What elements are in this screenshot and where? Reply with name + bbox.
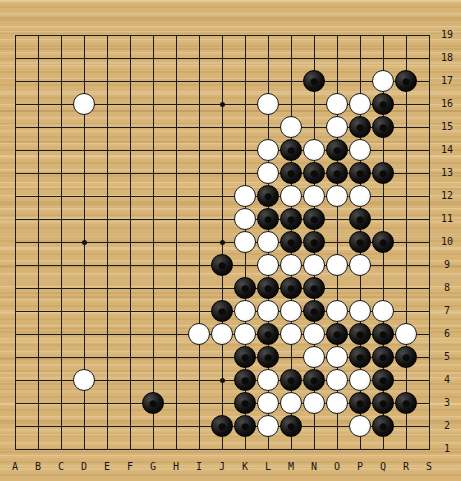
row-label-1: 1 xyxy=(436,443,458,454)
row-label-2: 2 xyxy=(436,420,458,431)
row-label-15: 15 xyxy=(436,121,458,132)
white-stone-O4[interactable]: ● xyxy=(326,369,348,391)
white-stone-P12[interactable]: ● xyxy=(349,185,371,207)
column-label-H: H xyxy=(169,461,183,472)
white-stone-P16[interactable]: ● xyxy=(349,93,371,115)
black-stone-K5[interactable]: ● xyxy=(234,346,256,368)
row-label-3: 3 xyxy=(436,397,458,408)
white-stone-M12[interactable]: ● xyxy=(280,185,302,207)
white-stone-K11[interactable]: ● xyxy=(234,208,256,230)
white-stone-N6[interactable]: ● xyxy=(303,323,325,345)
black-stone-K2[interactable]: ● xyxy=(234,415,256,437)
black-stone-K3[interactable]: ● xyxy=(234,392,256,414)
black-stone-R17[interactable]: ● xyxy=(395,70,417,92)
go-board-app: ●●●●●●●●●●●●●●●●●●●●●●●●●●●●●●●●●●●●●●●●… xyxy=(0,0,461,481)
black-stone-M11[interactable]: ● xyxy=(280,208,302,230)
black-stone-M10[interactable]: ● xyxy=(280,231,302,253)
white-stone-J6[interactable]: ● xyxy=(211,323,233,345)
black-stone-Q10[interactable]: ● xyxy=(372,231,394,253)
column-label-J: J xyxy=(215,461,229,472)
white-stone-L4[interactable]: ● xyxy=(257,369,279,391)
row-label-5: 5 xyxy=(436,351,458,362)
white-stone-K6[interactable]: ● xyxy=(234,323,256,345)
white-stone-L14[interactable]: ● xyxy=(257,139,279,161)
white-stone-N14[interactable]: ● xyxy=(303,139,325,161)
row-label-14: 14 xyxy=(436,144,458,155)
black-stone-N17[interactable]: ● xyxy=(303,70,325,92)
white-stone-M7[interactable]: ● xyxy=(280,300,302,322)
row-label-10: 10 xyxy=(436,236,458,247)
white-stone-L9[interactable]: ● xyxy=(257,254,279,276)
black-stone-L6[interactable]: ● xyxy=(257,323,279,345)
black-stone-Q4[interactable]: ● xyxy=(372,369,394,391)
row-label-8: 8 xyxy=(436,282,458,293)
column-label-M: M xyxy=(284,461,298,472)
white-stone-P14[interactable]: ● xyxy=(349,139,371,161)
column-label-N: N xyxy=(307,461,321,472)
black-stone-Q3[interactable]: ● xyxy=(372,392,394,414)
white-stone-D4[interactable]: ● xyxy=(73,369,95,391)
column-label-F: F xyxy=(123,461,137,472)
row-label-13: 13 xyxy=(436,167,458,178)
black-stone-N4[interactable]: ● xyxy=(303,369,325,391)
white-stone-L13[interactable]: ● xyxy=(257,162,279,184)
white-stone-I6[interactable]: ● xyxy=(188,323,210,345)
black-stone-P6[interactable]: ● xyxy=(349,323,371,345)
white-stone-O16[interactable]: ● xyxy=(326,93,348,115)
black-stone-M13[interactable]: ● xyxy=(280,162,302,184)
black-stone-R3[interactable]: ● xyxy=(395,392,417,414)
column-label-C: C xyxy=(54,461,68,472)
white-stone-K12[interactable]: ● xyxy=(234,185,256,207)
white-stone-M9[interactable]: ● xyxy=(280,254,302,276)
white-stone-Q17[interactable]: ● xyxy=(372,70,394,92)
row-label-19: 19 xyxy=(436,29,458,40)
black-stone-N8[interactable]: ● xyxy=(303,277,325,299)
row-label-6: 6 xyxy=(436,328,458,339)
white-stone-P9[interactable]: ● xyxy=(349,254,371,276)
star-point xyxy=(220,102,225,107)
black-stone-M14[interactable]: ● xyxy=(280,139,302,161)
column-label-O: O xyxy=(330,461,344,472)
white-stone-N5[interactable]: ● xyxy=(303,346,325,368)
white-stone-M6[interactable]: ● xyxy=(280,323,302,345)
row-label-12: 12 xyxy=(436,190,458,201)
column-label-E: E xyxy=(100,461,114,472)
black-stone-N10[interactable]: ● xyxy=(303,231,325,253)
white-stone-N9[interactable]: ● xyxy=(303,254,325,276)
black-stone-J9[interactable]: ● xyxy=(211,254,233,276)
column-label-S: S xyxy=(422,461,436,472)
black-stone-M8[interactable]: ● xyxy=(280,277,302,299)
black-stone-J7[interactable]: ● xyxy=(211,300,233,322)
column-label-L: L xyxy=(261,461,275,472)
white-stone-L3[interactable]: ● xyxy=(257,392,279,414)
column-label-A: A xyxy=(8,461,22,472)
column-label-P: P xyxy=(353,461,367,472)
white-stone-K10[interactable]: ● xyxy=(234,231,256,253)
black-stone-Q15[interactable]: ● xyxy=(372,116,394,138)
black-stone-L11[interactable]: ● xyxy=(257,208,279,230)
black-stone-R5[interactable]: ● xyxy=(395,346,417,368)
white-stone-L16[interactable]: ● xyxy=(257,93,279,115)
black-stone-J2[interactable]: ● xyxy=(211,415,233,437)
column-label-B: B xyxy=(31,461,45,472)
white-stone-L7[interactable]: ● xyxy=(257,300,279,322)
star-point xyxy=(220,378,225,383)
black-stone-Q16[interactable]: ● xyxy=(372,93,394,115)
black-stone-O13[interactable]: ● xyxy=(326,162,348,184)
column-label-D: D xyxy=(77,461,91,472)
white-stone-K7[interactable]: ● xyxy=(234,300,256,322)
black-stone-N7[interactable]: ● xyxy=(303,300,325,322)
column-label-K: K xyxy=(238,461,252,472)
black-stone-G3[interactable]: ● xyxy=(142,392,164,414)
black-stone-K8[interactable]: ● xyxy=(234,277,256,299)
row-label-11: 11 xyxy=(436,213,458,224)
column-label-R: R xyxy=(399,461,413,472)
row-label-7: 7 xyxy=(436,305,458,316)
black-stone-O14[interactable]: ● xyxy=(326,139,348,161)
white-stone-L10[interactable]: ● xyxy=(257,231,279,253)
column-label-G: G xyxy=(146,461,160,472)
white-stone-M15[interactable]: ● xyxy=(280,116,302,138)
black-stone-L8[interactable]: ● xyxy=(257,277,279,299)
white-stone-L2[interactable]: ● xyxy=(257,415,279,437)
column-label-Q: Q xyxy=(376,461,390,472)
black-stone-N13[interactable]: ● xyxy=(303,162,325,184)
column-label-I: I xyxy=(192,461,206,472)
black-stone-L12[interactable]: ● xyxy=(257,185,279,207)
black-stone-L5[interactable]: ● xyxy=(257,346,279,368)
white-stone-O5[interactable]: ● xyxy=(326,346,348,368)
black-stone-Q6[interactable]: ● xyxy=(372,323,394,345)
black-stone-P10[interactable]: ● xyxy=(349,231,371,253)
white-stone-Q7[interactable]: ● xyxy=(372,300,394,322)
white-stone-P4[interactable]: ● xyxy=(349,369,371,391)
black-stone-N11[interactable]: ● xyxy=(303,208,325,230)
black-stone-M4[interactable]: ● xyxy=(280,369,302,391)
black-stone-Q5[interactable]: ● xyxy=(372,346,394,368)
white-stone-R6[interactable]: ● xyxy=(395,323,417,345)
black-stone-Q2[interactable]: ● xyxy=(372,415,394,437)
white-stone-O7[interactable]: ● xyxy=(326,300,348,322)
white-stone-P7[interactable]: ● xyxy=(349,300,371,322)
star-point xyxy=(82,240,87,245)
white-stone-O12[interactable]: ● xyxy=(326,185,348,207)
star-point xyxy=(220,240,225,245)
white-stone-N12[interactable]: ● xyxy=(303,185,325,207)
row-label-18: 18 xyxy=(436,52,458,63)
white-stone-D16[interactable]: ● xyxy=(73,93,95,115)
row-label-17: 17 xyxy=(436,75,458,86)
black-stone-P13[interactable]: ● xyxy=(349,162,371,184)
black-stone-Q13[interactable]: ● xyxy=(372,162,394,184)
row-label-9: 9 xyxy=(436,259,458,270)
black-stone-P5[interactable]: ● xyxy=(349,346,371,368)
black-stone-M2[interactable]: ● xyxy=(280,415,302,437)
white-stone-O15[interactable]: ● xyxy=(326,116,348,138)
black-stone-P15[interactable]: ● xyxy=(349,116,371,138)
black-stone-O6[interactable]: ● xyxy=(326,323,348,345)
black-stone-P11[interactable]: ● xyxy=(349,208,371,230)
black-stone-K4[interactable]: ● xyxy=(234,369,256,391)
white-stone-P2[interactable]: ● xyxy=(349,415,371,437)
black-stone-P3[interactable]: ● xyxy=(349,392,371,414)
white-stone-M3[interactable]: ● xyxy=(280,392,302,414)
row-label-4: 4 xyxy=(436,374,458,385)
white-stone-O9[interactable]: ● xyxy=(326,254,348,276)
white-stone-N3[interactable]: ● xyxy=(303,392,325,414)
row-label-16: 16 xyxy=(436,98,458,109)
white-stone-O3[interactable]: ● xyxy=(326,392,348,414)
